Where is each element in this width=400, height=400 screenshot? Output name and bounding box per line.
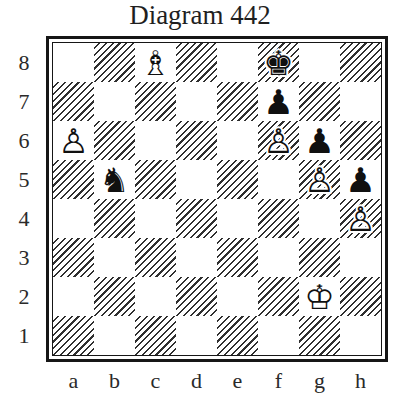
square-a6[interactable]: ♙ (53, 121, 94, 160)
black-pawn: ♟ (263, 85, 293, 119)
square-d7[interactable] (176, 82, 217, 121)
square-e2[interactable] (217, 277, 258, 316)
square-e6[interactable] (217, 121, 258, 160)
file-label-h: h (340, 366, 381, 396)
square-d6[interactable] (176, 121, 217, 160)
square-g6[interactable]: ♟ (299, 121, 340, 160)
square-a8[interactable] (53, 43, 94, 82)
square-b6[interactable] (94, 121, 135, 160)
file-label-g: g (299, 366, 340, 396)
board-grid: ♗♚♟♙♙♟♞♙♟♙♔ (53, 43, 381, 355)
square-h4[interactable]: ♙ (340, 199, 381, 238)
square-b3[interactable] (94, 238, 135, 277)
square-g5[interactable]: ♙ (299, 160, 340, 199)
square-b1[interactable] (94, 316, 135, 355)
square-c4[interactable] (135, 199, 176, 238)
rank-label-4: 4 (8, 199, 40, 238)
rank-label-2: 2 (8, 277, 40, 316)
file-label-e: e (217, 366, 258, 396)
black-pawn: ♟ (304, 124, 334, 158)
file-label-a: a (53, 366, 94, 396)
square-f3[interactable] (258, 238, 299, 277)
square-g7[interactable] (299, 82, 340, 121)
square-h7[interactable] (340, 82, 381, 121)
rank-label-8: 8 (8, 43, 40, 82)
square-g1[interactable] (299, 316, 340, 355)
black-knight: ♞ (99, 163, 129, 197)
square-e5[interactable] (217, 160, 258, 199)
square-e7[interactable] (217, 82, 258, 121)
black-pawn: ♟ (345, 163, 375, 197)
file-label-b: b (94, 366, 135, 396)
square-f4[interactable] (258, 199, 299, 238)
square-c6[interactable] (135, 121, 176, 160)
black-king: ♚ (263, 46, 293, 80)
square-f5[interactable] (258, 160, 299, 199)
board-inner-frame: ♗♚♟♙♙♟♞♙♟♙♔ (52, 42, 382, 356)
square-g8[interactable] (299, 43, 340, 82)
square-e4[interactable] (217, 199, 258, 238)
square-f2[interactable] (258, 277, 299, 316)
square-h1[interactable] (340, 316, 381, 355)
square-a5[interactable] (53, 160, 94, 199)
square-c5[interactable] (135, 160, 176, 199)
square-h2[interactable] (340, 277, 381, 316)
square-c8[interactable]: ♗ (135, 43, 176, 82)
diagram-title: Diagram 442 (0, 0, 400, 31)
file-label-c: c (135, 366, 176, 396)
rank-label-3: 3 (8, 238, 40, 277)
rank-label-1: 1 (8, 316, 40, 355)
square-g4[interactable] (299, 199, 340, 238)
square-d1[interactable] (176, 316, 217, 355)
square-a7[interactable] (53, 82, 94, 121)
square-b5[interactable]: ♞ (94, 160, 135, 199)
square-b8[interactable] (94, 43, 135, 82)
white-pawn: ♙ (58, 124, 88, 158)
square-f6[interactable]: ♙ (258, 121, 299, 160)
square-h3[interactable] (340, 238, 381, 277)
rank-label-7: 7 (8, 82, 40, 121)
square-a3[interactable] (53, 238, 94, 277)
rank-label-6: 6 (8, 121, 40, 160)
white-pawn: ♙ (345, 202, 375, 236)
square-e1[interactable] (217, 316, 258, 355)
square-a4[interactable] (53, 199, 94, 238)
square-e3[interactable] (217, 238, 258, 277)
square-d5[interactable] (176, 160, 217, 199)
rank-label-5: 5 (8, 160, 40, 199)
square-a2[interactable] (53, 277, 94, 316)
rank-labels: 87654321 (8, 43, 40, 355)
square-h8[interactable] (340, 43, 381, 82)
file-label-d: d (176, 366, 217, 396)
square-d2[interactable] (176, 277, 217, 316)
white-pawn: ♙ (304, 163, 334, 197)
square-g3[interactable] (299, 238, 340, 277)
square-c1[interactable] (135, 316, 176, 355)
white-king: ♔ (304, 280, 334, 314)
square-d3[interactable] (176, 238, 217, 277)
square-c7[interactable] (135, 82, 176, 121)
square-h5[interactable]: ♟ (340, 160, 381, 199)
chess-board: ♗♚♟♙♙♟♞♙♟♙♔ (46, 36, 388, 362)
square-e8[interactable] (217, 43, 258, 82)
square-f7[interactable]: ♟ (258, 82, 299, 121)
file-label-f: f (258, 366, 299, 396)
square-d8[interactable] (176, 43, 217, 82)
square-b4[interactable] (94, 199, 135, 238)
square-f1[interactable] (258, 316, 299, 355)
file-labels: abcdefgh (53, 366, 381, 396)
square-a1[interactable] (53, 316, 94, 355)
square-d4[interactable] (176, 199, 217, 238)
white-pawn: ♙ (263, 124, 293, 158)
square-f8[interactable]: ♚ (258, 43, 299, 82)
white-bishop: ♗ (140, 46, 170, 80)
square-c3[interactable] (135, 238, 176, 277)
square-c2[interactable] (135, 277, 176, 316)
square-g2[interactable]: ♔ (299, 277, 340, 316)
square-h6[interactable] (340, 121, 381, 160)
square-b2[interactable] (94, 277, 135, 316)
square-b7[interactable] (94, 82, 135, 121)
